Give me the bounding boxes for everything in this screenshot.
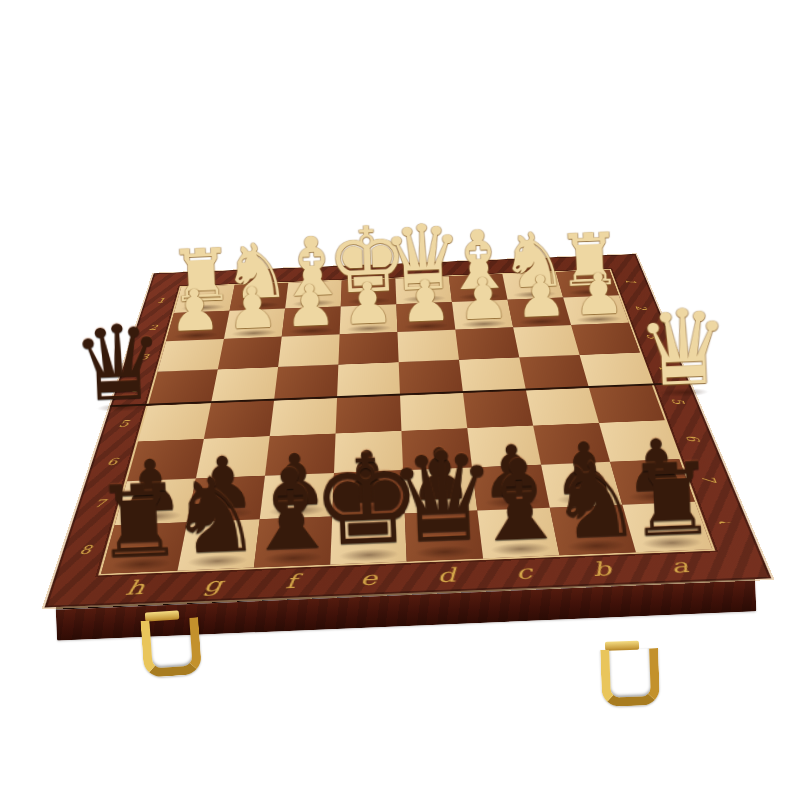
file-label: h [92,571,177,604]
clasp-right [600,640,660,707]
clasp-left [140,609,202,678]
square-b3[interactable] [513,325,579,357]
board-grid: ♜♞♝♚♛♝♞♜♟♟♟♟♟♟♟♟♟♟♟♟♟♟♟♟♜♞♝♚♛♝♞♜ [101,270,712,574]
square-f2[interactable]: ♟ [282,306,341,336]
white-pawn[interactable]: ♟ [572,267,625,323]
white-pawn[interactable]: ♟ [341,276,394,332]
square-f4[interactable] [274,365,338,400]
square-h8[interactable]: ♜ [101,522,187,573]
clasp-ring [140,617,202,678]
square-h2[interactable]: ♟ [166,311,229,341]
square-c8[interactable]: ♝ [477,508,559,559]
spare-black-queen-anchor: ♛ [98,401,145,414]
black-rook[interactable]: ♜ [92,473,185,571]
square-c5[interactable] [463,390,533,428]
square-f8[interactable]: ♝ [254,516,332,567]
square-f3[interactable] [278,334,340,367]
clasp-ring [600,648,660,707]
spare-white-queen[interactable]: ♛ [635,297,732,399]
square-g5[interactable] [204,400,274,439]
black-bishop[interactable]: ♝ [467,446,571,556]
square-a8[interactable]: ♜ [622,502,712,552]
white-pawn[interactable]: ♟ [226,281,279,337]
black-bishop[interactable]: ♝ [238,455,342,565]
square-a2[interactable]: ♟ [563,295,629,325]
square-c4[interactable] [459,357,526,392]
spare-white-queen-anchor: ♛ [659,386,708,399]
file-label: b [560,553,645,586]
square-b2[interactable]: ♟ [508,297,571,327]
square-h3[interactable] [158,339,224,372]
square-d2[interactable]: ♟ [396,302,455,332]
square-c2[interactable]: ♟ [452,300,513,330]
spare-black-queen[interactable]: ♛ [70,313,166,414]
square-g4[interactable] [211,367,278,403]
white-pawn[interactable]: ♟ [456,272,509,328]
file-label: f [250,565,330,598]
black-rook[interactable]: ♜ [625,452,718,550]
square-b5[interactable] [526,387,599,425]
square-d4[interactable] [399,360,463,395]
white-pawn[interactable]: ♟ [168,283,221,339]
square-e2[interactable]: ♟ [340,304,398,334]
square-d3[interactable] [397,330,459,363]
square-b4[interactable] [519,355,589,390]
square-e3[interactable] [338,332,398,365]
white-pawn[interactable]: ♟ [399,274,452,330]
file-label: g [171,568,254,601]
white-pawn[interactable]: ♟ [283,279,336,335]
scene: ♜♞♝♚♛♝♞♜♟♟♟♟♟♟♟♟♟♟♟♟♟♟♟♟♜♞♝♚♛♝♞♜ hgfedcb… [0,0,800,800]
square-c3[interactable] [455,327,519,359]
file-label: d [407,559,487,592]
file-label: c [483,556,566,589]
square-g2[interactable]: ♟ [224,309,285,339]
chess-board: ♜♞♝♚♛♝♞♜♟♟♟♟♟♟♟♟♟♟♟♟♟♟♟♟♜♞♝♚♛♝♞♜ hgfedcb… [45,254,772,607]
square-e4[interactable] [337,362,400,397]
white-pawn[interactable]: ♟ [514,269,567,325]
square-g3[interactable] [218,337,282,370]
file-label: a [636,550,723,583]
file-label: e [329,562,408,595]
